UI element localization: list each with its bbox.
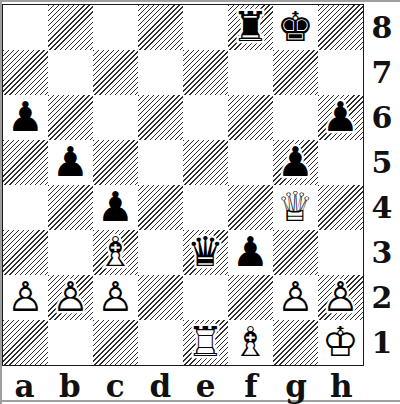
piece-backing: ♟ [93, 185, 138, 230]
piece-backing: ♟ [273, 275, 318, 320]
file-label-b: b [47, 367, 92, 404]
square-a8[interactable] [3, 5, 48, 50]
square-f8[interactable]: ♜♜ [228, 5, 273, 50]
square-e3[interactable]: ♛♛ [183, 230, 228, 275]
square-c5[interactable] [93, 140, 138, 185]
piece-backing: ♟ [228, 230, 273, 275]
square-f4[interactable] [228, 185, 273, 230]
square-b3[interactable] [48, 230, 93, 275]
piece-backing: ♟ [318, 275, 363, 320]
piece-white-bishop: ♗ [228, 320, 273, 365]
square-h3[interactable] [318, 230, 363, 275]
piece-black-king: ♚ [273, 5, 318, 50]
piece-backing: ♟ [93, 275, 138, 320]
rank-label-1: 1 [366, 320, 398, 365]
rank-label-3: 3 [366, 230, 398, 275]
piece-black-queen: ♛ [183, 230, 228, 275]
rank-label-5: 5 [366, 140, 398, 185]
piece-backing: ♝ [228, 320, 273, 365]
rank-label-6: 6 [366, 95, 398, 140]
rank-label-7: 7 [366, 50, 398, 95]
square-c7[interactable] [93, 50, 138, 95]
square-g3[interactable] [273, 230, 318, 275]
square-f2[interactable] [228, 275, 273, 320]
piece-backing: ♟ [48, 275, 93, 320]
square-c4[interactable]: ♟♟ [93, 185, 138, 230]
square-d3[interactable] [138, 230, 183, 275]
piece-backing: ♚ [318, 320, 363, 365]
file-label-g: g [274, 367, 319, 404]
square-e2[interactable] [183, 275, 228, 320]
square-a2[interactable]: ♟♙ [3, 275, 48, 320]
square-g7[interactable] [273, 50, 318, 95]
piece-white-queen: ♕ [273, 185, 318, 230]
square-f5[interactable] [228, 140, 273, 185]
square-a5[interactable] [3, 140, 48, 185]
square-d6[interactable] [138, 95, 183, 140]
square-h8[interactable] [318, 5, 363, 50]
square-e4[interactable] [183, 185, 228, 230]
piece-backing: ♛ [273, 185, 318, 230]
piece-black-pawn: ♟ [93, 185, 138, 230]
piece-backing: ♛ [183, 230, 228, 275]
file-label-h: h [319, 367, 364, 404]
square-c8[interactable] [93, 5, 138, 50]
square-b4[interactable] [48, 185, 93, 230]
square-c1[interactable] [93, 320, 138, 365]
square-c6[interactable] [93, 95, 138, 140]
square-f7[interactable] [228, 50, 273, 95]
square-f1[interactable]: ♝♗ [228, 320, 273, 365]
square-e8[interactable] [183, 5, 228, 50]
square-c2[interactable]: ♟♙ [93, 275, 138, 320]
square-c3[interactable]: ♝♗ [93, 230, 138, 275]
square-e6[interactable] [183, 95, 228, 140]
rank-label-4: 4 [366, 185, 398, 230]
square-a3[interactable] [3, 230, 48, 275]
square-h1[interactable]: ♚♔ [318, 320, 363, 365]
square-a7[interactable] [3, 50, 48, 95]
square-b8[interactable] [48, 5, 93, 50]
square-d1[interactable] [138, 320, 183, 365]
square-d5[interactable] [138, 140, 183, 185]
rank-label-8: 8 [366, 5, 398, 50]
square-g5[interactable]: ♟♟ [273, 140, 318, 185]
square-g6[interactable] [273, 95, 318, 140]
frame-top-line [0, 0, 400, 2]
piece-backing: ♝ [93, 230, 138, 275]
square-b2[interactable]: ♟♙ [48, 275, 93, 320]
square-d4[interactable] [138, 185, 183, 230]
square-h4[interactable] [318, 185, 363, 230]
piece-black-pawn: ♟ [273, 140, 318, 185]
piece-black-pawn: ♟ [3, 95, 48, 140]
piece-backing: ♟ [48, 140, 93, 185]
square-b1[interactable] [48, 320, 93, 365]
piece-white-pawn: ♙ [48, 275, 93, 320]
file-label-d: d [138, 367, 183, 404]
square-e5[interactable] [183, 140, 228, 185]
square-g8[interactable]: ♚♚ [273, 5, 318, 50]
board: ♜♜♚♚♟♟♟♟♟♟♟♟♟♟♛♕♝♗♛♛♟♟♟♙♟♙♟♙♟♙♟♙♜♖♝♗♚♔ [2, 4, 364, 366]
piece-backing: ♟ [273, 140, 318, 185]
square-g4[interactable]: ♛♕ [273, 185, 318, 230]
piece-black-rook: ♜ [228, 5, 273, 50]
square-g2[interactable]: ♟♙ [273, 275, 318, 320]
file-label-e: e [183, 367, 228, 404]
chess-diagram-page: ♜♜♚♚♟♟♟♟♟♟♟♟♟♟♛♕♝♗♛♛♟♟♟♙♟♙♟♙♟♙♟♙♜♖♝♗♚♔ 8… [0, 0, 400, 404]
piece-white-pawn: ♙ [93, 275, 138, 320]
square-h7[interactable] [318, 50, 363, 95]
piece-white-pawn: ♙ [273, 275, 318, 320]
square-e7[interactable] [183, 50, 228, 95]
square-b5[interactable]: ♟♟ [48, 140, 93, 185]
file-labels: abcdefgh [2, 367, 364, 404]
square-a6[interactable]: ♟♟ [3, 95, 48, 140]
file-label-c: c [93, 367, 138, 404]
square-g1[interactable] [273, 320, 318, 365]
piece-black-pawn: ♟ [48, 140, 93, 185]
square-d7[interactable] [138, 50, 183, 95]
square-f3[interactable]: ♟♟ [228, 230, 273, 275]
piece-black-pawn: ♟ [318, 95, 363, 140]
square-b6[interactable] [48, 95, 93, 140]
rank-label-2: 2 [366, 275, 398, 320]
piece-backing: ♟ [3, 95, 48, 140]
square-f6[interactable] [228, 95, 273, 140]
piece-white-pawn: ♙ [318, 275, 363, 320]
piece-backing: ♜ [228, 5, 273, 50]
piece-backing: ♜ [183, 320, 228, 365]
square-h2[interactable]: ♟♙ [318, 275, 363, 320]
square-d8[interactable] [138, 5, 183, 50]
piece-white-pawn: ♙ [3, 275, 48, 320]
square-h6[interactable]: ♟♟ [318, 95, 363, 140]
square-d2[interactable] [138, 275, 183, 320]
rank-labels: 87654321 [366, 5, 398, 365]
piece-white-rook: ♖ [183, 320, 228, 365]
file-label-f: f [228, 367, 273, 404]
square-a1[interactable] [3, 320, 48, 365]
piece-backing: ♟ [3, 275, 48, 320]
piece-white-bishop: ♗ [93, 230, 138, 275]
piece-backing: ♚ [273, 5, 318, 50]
square-h5[interactable] [318, 140, 363, 185]
file-label-a: a [2, 367, 47, 404]
square-e1[interactable]: ♜♖ [183, 320, 228, 365]
piece-white-king: ♔ [318, 320, 363, 365]
piece-backing: ♟ [318, 95, 363, 140]
square-a4[interactable] [3, 185, 48, 230]
square-b7[interactable] [48, 50, 93, 95]
piece-black-pawn: ♟ [228, 230, 273, 275]
